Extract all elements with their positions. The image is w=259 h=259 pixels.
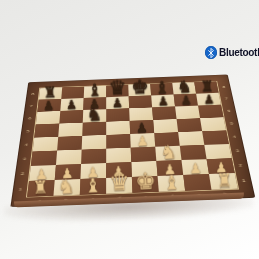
piece-black-pawn: ♟	[203, 93, 215, 106]
piece-white-king: ♚	[134, 170, 155, 194]
rank-labels-right-7: 7	[220, 92, 232, 104]
square-d7: ♟	[106, 96, 129, 109]
rank-labels-left-2: 2	[16, 166, 29, 182]
square-e6	[129, 107, 153, 120]
square-b5	[58, 123, 83, 137]
rank-labels-right-1: 1	[236, 173, 250, 189]
piece-white-bishop: ♝	[83, 175, 101, 195]
square-c4	[81, 135, 106, 150]
square-a6	[35, 111, 59, 124]
piece-white-pawn: ♟	[189, 161, 202, 175]
piece-white-queen: ♛	[108, 171, 129, 195]
square-c3	[81, 149, 106, 164]
square-f7: ♟	[151, 95, 175, 108]
square-h6	[198, 105, 223, 118]
square-a7: ♟	[37, 99, 61, 112]
square-c6: ♞	[82, 109, 105, 122]
square-c1: ♝	[79, 178, 105, 195]
square-b4	[57, 136, 82, 151]
square-e5: ♟	[129, 120, 153, 134]
rank-labels-left-8: 8	[27, 88, 38, 100]
rank-labels-left-6: 6	[24, 112, 35, 125]
square-e4: ♟	[130, 133, 155, 148]
chess-board: ♜♝♛♚♝♞♜♟♟♟♟♟♟♟♞♟♟♞♟♟♟♟♟♟♟♜♞♝♛♚♝♜	[27, 81, 238, 196]
square-a1: ♜	[27, 180, 55, 197]
piece-black-pawn: ♟	[42, 100, 54, 113]
square-g6	[175, 106, 200, 119]
rank-labels-right-6: 6	[222, 104, 234, 117]
rank-labels-left-7: 7	[25, 100, 36, 112]
rank-labels-right-8: 8	[218, 81, 230, 93]
bluetooth-badge: Bluetooth ®	[205, 46, 259, 59]
rank-labels-right-5: 5	[225, 117, 238, 130]
square-b3	[55, 150, 81, 165]
square-h3	[204, 144, 231, 159]
piece-white-pawn: ♟	[136, 134, 148, 148]
square-d5	[106, 121, 130, 135]
piece-black-pawn: ♟	[111, 97, 123, 110]
rank-labels-left-3: 3	[18, 152, 30, 167]
square-b7: ♟	[60, 98, 83, 111]
piece-black-knight: ♞	[86, 105, 102, 123]
square-c5	[82, 122, 106, 136]
rank-labels-right-4: 4	[228, 130, 241, 144]
rank-labels-right-2: 2	[233, 158, 247, 173]
rank-labels-left-4: 4	[20, 138, 32, 152]
square-b1: ♞	[53, 179, 80, 196]
square-e8: ♚	[128, 84, 151, 96]
square-a3	[30, 151, 56, 166]
square-f6	[152, 107, 176, 120]
square-d4	[106, 134, 131, 149]
square-d6	[106, 108, 129, 121]
piece-white-knight: ♞	[57, 176, 75, 196]
square-g7: ♟	[173, 94, 197, 107]
square-g3	[179, 145, 206, 160]
rank-labels-left-1: 1	[13, 181, 26, 197]
square-d3	[106, 148, 131, 163]
piece-black-pawn: ♟	[180, 94, 192, 107]
chess-board-wrap: ♜♝♛♚♝♞♜♟♟♟♟♟♟♟♞♟♟♞♟♟♟♟♟♟♟♜♞♝♛♚♝♜ abcdefg…	[10, 74, 255, 207]
square-g2: ♟	[181, 159, 208, 175]
bluetooth-icon	[205, 46, 217, 59]
piece-black-king: ♚	[130, 77, 148, 97]
piece-white-bishop: ♝	[162, 172, 180, 192]
product-photo-background: ♜♝♛♚♝♞♜♟♟♟♟♟♟♟♞♟♟♞♟♟♟♟♟♟♟♜♞♝♛♚♝♜ abcdefg…	[0, 0, 259, 259]
bluetooth-label: Bluetooth	[219, 46, 259, 59]
square-b6	[59, 110, 83, 123]
square-e7	[128, 95, 151, 108]
square-f3: ♞	[155, 146, 181, 161]
rank-labels-left-5: 5	[22, 125, 34, 139]
square-h7: ♟	[196, 93, 221, 106]
rank-labels-right-3: 3	[230, 143, 243, 158]
square-g5	[176, 118, 202, 132]
square-a4	[32, 137, 58, 152]
square-e3	[130, 147, 156, 162]
square-h5	[200, 117, 226, 131]
piece-black-pawn: ♟	[157, 95, 169, 108]
piece-black-pawn: ♟	[135, 121, 147, 134]
square-g1	[183, 174, 211, 191]
piece-white-rook: ♜	[215, 172, 231, 190]
square-f5	[153, 119, 178, 133]
square-d1: ♛	[106, 177, 132, 194]
square-f1: ♝	[157, 175, 185, 192]
square-g4	[178, 131, 204, 146]
piece-white-knight: ♞	[159, 142, 177, 161]
chess-board-frame: ♜♝♛♚♝♞♜♟♟♟♟♟♟♟♞♟♟♞♟♟♟♟♟♟♟♜♞♝♛♚♝♜ abcdefg…	[10, 74, 255, 207]
square-a5	[34, 124, 59, 138]
square-h4	[202, 130, 229, 145]
piece-black-pawn: ♟	[65, 99, 77, 112]
square-e1: ♚	[131, 176, 158, 193]
piece-white-rook: ♜	[31, 179, 47, 197]
square-h1: ♜	[208, 173, 237, 190]
